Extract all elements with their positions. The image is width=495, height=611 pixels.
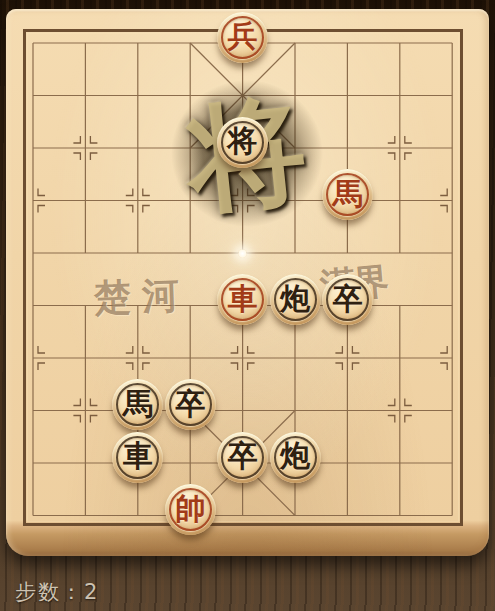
piece-black-soldier-f4r8[interactable]: 卒 (165, 379, 216, 430)
pieces-layer: 兵将馬車炮卒馬卒車卒炮帥 (0, 0, 495, 611)
piece-red-general-f4r10[interactable]: 帥 (165, 484, 216, 535)
piece-glyph: 馬 (123, 389, 153, 419)
piece-red-horse-f7r4[interactable]: 馬 (322, 169, 373, 220)
piece-black-cannon-f6r6[interactable]: 炮 (270, 274, 321, 325)
piece-glyph: 帥 (175, 494, 205, 524)
step-counter: 步数：2 (15, 578, 99, 606)
move-indicator-sparkle (238, 249, 247, 258)
piece-glyph: 車 (123, 441, 153, 471)
piece-black-horse-f3r8[interactable]: 馬 (112, 379, 163, 430)
piece-black-soldier-f5r9[interactable]: 卒 (217, 432, 268, 483)
piece-black-general-f5r3[interactable]: 将 (217, 117, 268, 168)
piece-glyph: 炮 (280, 441, 310, 471)
piece-black-cannon-f6r9[interactable]: 炮 (270, 432, 321, 483)
piece-black-chariot-f3r9[interactable]: 車 (112, 432, 163, 483)
piece-glyph: 将 (228, 126, 258, 156)
piece-glyph: 車 (228, 284, 258, 314)
piece-black-soldier-f7r6[interactable]: 卒 (322, 274, 373, 325)
piece-glyph: 卒 (228, 441, 258, 471)
piece-red-chariot-f5r6[interactable]: 車 (217, 274, 268, 325)
xiangqi-game-screen: 楚河 漢界 将 兵将馬車炮卒馬卒車卒炮帥 步数：2 (0, 0, 495, 611)
piece-glyph: 炮 (280, 284, 310, 314)
piece-glyph: 卒 (332, 284, 362, 314)
piece-glyph: 兵 (228, 21, 258, 51)
piece-red-soldier-f5r1[interactable]: 兵 (217, 12, 268, 63)
piece-glyph: 馬 (332, 179, 362, 209)
piece-glyph: 卒 (175, 389, 205, 419)
